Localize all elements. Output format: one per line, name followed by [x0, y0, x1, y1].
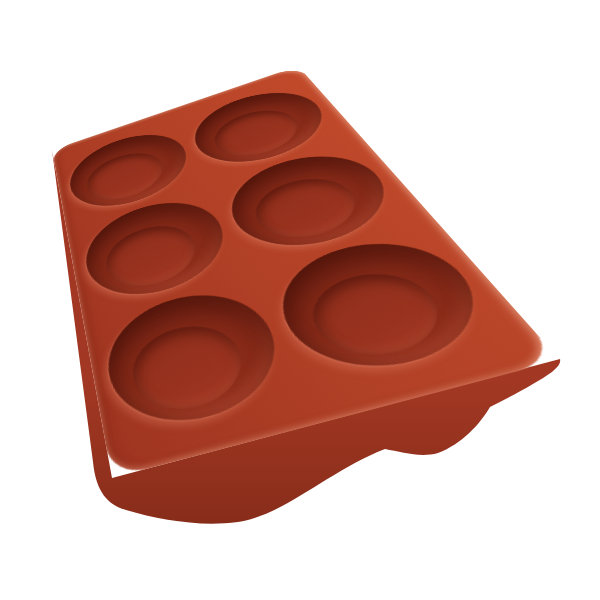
photo-background — [0, 0, 600, 600]
cavity-floor-3 — [100, 216, 205, 297]
cavity-cup-3 — [79, 188, 240, 310]
cavity-floor-4 — [244, 169, 371, 249]
cavity-floor-2 — [206, 102, 309, 165]
cavity-cup-5 — [98, 278, 299, 440]
cavity-floor-6 — [297, 262, 460, 368]
cavity-floor-1 — [83, 145, 170, 209]
cavity-floor-5 — [125, 315, 256, 422]
